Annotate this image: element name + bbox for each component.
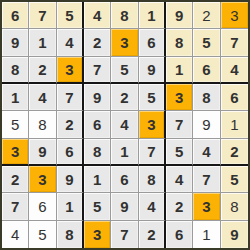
cell-r2c7[interactable]: 8 xyxy=(166,29,193,56)
cell-r2c9[interactable]: 7 xyxy=(221,29,248,56)
cell-r5c4[interactable]: 6 xyxy=(84,111,111,138)
cell-r5c3[interactable]: 2 xyxy=(57,111,84,138)
cell-r3c3[interactable]: 3 xyxy=(57,57,84,84)
cell-r3c5[interactable]: 5 xyxy=(111,57,138,84)
cell-r7c6[interactable]: 8 xyxy=(139,166,166,193)
cell-r3c4[interactable]: 7 xyxy=(84,57,111,84)
cell-r3c9[interactable]: 4 xyxy=(221,57,248,84)
cell-r8c1[interactable]: 7 xyxy=(2,193,29,220)
cell-r2c6[interactable]: 6 xyxy=(139,29,166,56)
cell-r5c8[interactable]: 9 xyxy=(193,111,220,138)
cell-r3c8[interactable]: 6 xyxy=(193,57,220,84)
cell-r9c6[interactable]: 2 xyxy=(139,221,166,248)
cell-r8c9[interactable]: 8 xyxy=(221,193,248,220)
cell-r4c8[interactable]: 8 xyxy=(193,84,220,111)
cell-r5c1[interactable]: 5 xyxy=(2,111,29,138)
cell-r1c3[interactable]: 5 xyxy=(57,2,84,29)
cell-r3c2[interactable]: 2 xyxy=(29,57,56,84)
cell-r9c1[interactable]: 4 xyxy=(2,221,29,248)
cell-r7c5[interactable]: 6 xyxy=(111,166,138,193)
cell-r7c2[interactable]: 3 xyxy=(29,166,56,193)
cell-r4c3[interactable]: 7 xyxy=(57,84,84,111)
cell-r9c4[interactable]: 3 xyxy=(84,221,111,248)
cell-r4c7[interactable]: 3 xyxy=(166,84,193,111)
cell-r3c6[interactable]: 9 xyxy=(139,57,166,84)
cell-r2c2[interactable]: 1 xyxy=(29,29,56,56)
cell-r6c6[interactable]: 7 xyxy=(139,139,166,166)
cell-r1c1[interactable]: 6 xyxy=(2,2,29,29)
cell-r8c2[interactable]: 6 xyxy=(29,193,56,220)
cell-r9c5[interactable]: 7 xyxy=(111,221,138,248)
cell-r8c3[interactable]: 1 xyxy=(57,193,84,220)
cell-r2c1[interactable]: 9 xyxy=(2,29,29,56)
cell-r4c6[interactable]: 5 xyxy=(139,84,166,111)
cell-r5c6[interactable]: 3 xyxy=(139,111,166,138)
sudoku-board: 6754819239142368578237591641479253865826… xyxy=(0,0,250,250)
cell-r8c4[interactable]: 5 xyxy=(84,193,111,220)
cell-r1c8[interactable]: 2 xyxy=(193,2,220,29)
cell-r9c2[interactable]: 5 xyxy=(29,221,56,248)
cell-r7c1[interactable]: 2 xyxy=(2,166,29,193)
cell-r3c7[interactable]: 1 xyxy=(166,57,193,84)
cell-r7c8[interactable]: 7 xyxy=(193,166,220,193)
cell-r6c5[interactable]: 1 xyxy=(111,139,138,166)
cell-r7c4[interactable]: 1 xyxy=(84,166,111,193)
cell-r6c2[interactable]: 9 xyxy=(29,139,56,166)
cell-r6c7[interactable]: 5 xyxy=(166,139,193,166)
cell-r5c2[interactable]: 8 xyxy=(29,111,56,138)
cell-r4c2[interactable]: 4 xyxy=(29,84,56,111)
cell-r4c4[interactable]: 9 xyxy=(84,84,111,111)
cell-r1c6[interactable]: 1 xyxy=(139,2,166,29)
cell-r6c3[interactable]: 6 xyxy=(57,139,84,166)
cell-r8c8[interactable]: 3 xyxy=(193,193,220,220)
cell-r8c5[interactable]: 9 xyxy=(111,193,138,220)
cell-r7c9[interactable]: 5 xyxy=(221,166,248,193)
cell-r5c9[interactable]: 1 xyxy=(221,111,248,138)
cell-r7c7[interactable]: 4 xyxy=(166,166,193,193)
cell-r1c9[interactable]: 3 xyxy=(221,2,248,29)
cell-r8c7[interactable]: 2 xyxy=(166,193,193,220)
cell-r4c1[interactable]: 1 xyxy=(2,84,29,111)
cell-r3c1[interactable]: 8 xyxy=(2,57,29,84)
cell-r2c4[interactable]: 2 xyxy=(84,29,111,56)
cell-r1c4[interactable]: 4 xyxy=(84,2,111,29)
cell-r5c7[interactable]: 7 xyxy=(166,111,193,138)
cell-r9c9[interactable]: 9 xyxy=(221,221,248,248)
cell-r1c5[interactable]: 8 xyxy=(111,2,138,29)
cell-r6c1[interactable]: 3 xyxy=(2,139,29,166)
cell-r7c3[interactable]: 9 xyxy=(57,166,84,193)
cell-r9c3[interactable]: 8 xyxy=(57,221,84,248)
cell-r9c8[interactable]: 1 xyxy=(193,221,220,248)
cell-r2c3[interactable]: 4 xyxy=(57,29,84,56)
cell-r4c9[interactable]: 6 xyxy=(221,84,248,111)
cell-r8c6[interactable]: 4 xyxy=(139,193,166,220)
cell-r2c5[interactable]: 3 xyxy=(111,29,138,56)
cell-r4c5[interactable]: 2 xyxy=(111,84,138,111)
cell-r6c4[interactable]: 8 xyxy=(84,139,111,166)
cell-r6c9[interactable]: 2 xyxy=(221,139,248,166)
cell-r9c7[interactable]: 6 xyxy=(166,221,193,248)
cell-r6c8[interactable]: 4 xyxy=(193,139,220,166)
cell-r2c8[interactable]: 5 xyxy=(193,29,220,56)
cell-r1c2[interactable]: 7 xyxy=(29,2,56,29)
cell-r1c7[interactable]: 9 xyxy=(166,2,193,29)
cell-r5c5[interactable]: 4 xyxy=(111,111,138,138)
